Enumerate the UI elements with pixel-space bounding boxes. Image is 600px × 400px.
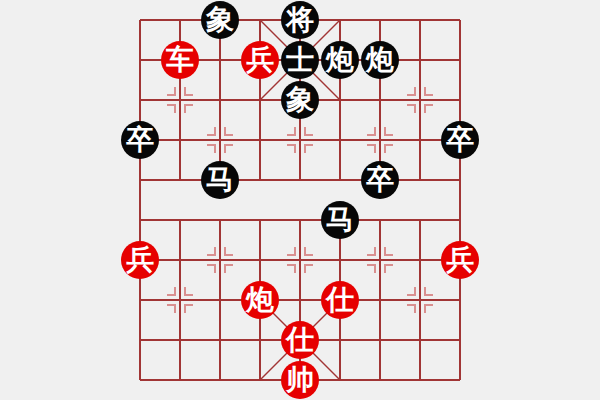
red-soldier[interactable]: 兵 xyxy=(121,241,159,279)
black-elephant[interactable]: 象 xyxy=(281,81,319,119)
black-elephant[interactable]: 象 xyxy=(201,1,239,39)
black-soldier[interactable]: 卒 xyxy=(361,161,399,199)
red-advisor[interactable]: 仕 xyxy=(321,281,359,319)
red-cannon[interactable]: 炮 xyxy=(241,281,279,319)
red-advisor[interactable]: 仕 xyxy=(281,321,319,359)
red-soldier[interactable]: 兵 xyxy=(441,241,479,279)
black-soldier[interactable]: 卒 xyxy=(121,121,159,159)
red-general[interactable]: 帅 xyxy=(281,361,319,399)
red-soldier[interactable]: 兵 xyxy=(241,41,279,79)
xiangqi-app-window: 象将车兵士炮炮象卒卒马卒马兵兵炮仕仕帅 xyxy=(0,0,600,400)
xiangqi-board: 象将车兵士炮炮象卒卒马卒马兵兵炮仕仕帅 xyxy=(120,0,480,400)
black-general[interactable]: 将 xyxy=(281,1,319,39)
black-soldier[interactable]: 卒 xyxy=(441,121,479,159)
black-cannon[interactable]: 炮 xyxy=(361,41,399,79)
red-chariot[interactable]: 车 xyxy=(161,41,199,79)
black-cannon[interactable]: 炮 xyxy=(321,41,359,79)
black-horse[interactable]: 马 xyxy=(321,201,359,239)
black-horse[interactable]: 马 xyxy=(201,161,239,199)
black-advisor[interactable]: 士 xyxy=(281,41,319,79)
